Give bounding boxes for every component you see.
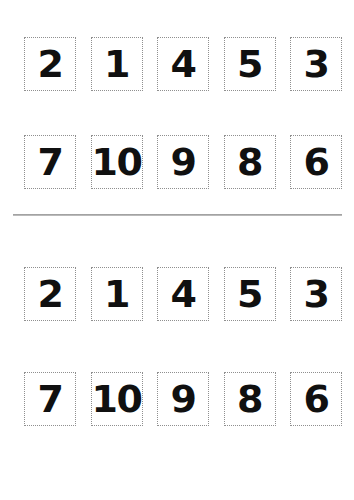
number-card: 3	[290, 267, 342, 321]
number-card: 4	[157, 267, 209, 321]
card-number: 4	[171, 45, 196, 83]
card-number: 2	[38, 45, 63, 83]
number-card: 9	[157, 372, 209, 426]
number-card: 3	[290, 37, 342, 91]
card-number: 8	[237, 143, 262, 181]
card-number: 7	[38, 143, 63, 181]
number-card: 10	[91, 135, 143, 189]
number-card: 10	[91, 372, 143, 426]
card-set-2: 2 1 4 5 3 7 10 9 8 6	[0, 267, 354, 426]
number-card: 8	[224, 135, 276, 189]
card-number: 3	[304, 275, 329, 313]
number-card: 6	[290, 135, 342, 189]
card-number: 9	[171, 143, 196, 181]
card-number: 6	[304, 380, 329, 418]
card-number: 10	[92, 380, 142, 418]
card-number: 7	[38, 380, 63, 418]
card-number: 2	[38, 275, 63, 313]
card-number: 9	[171, 380, 196, 418]
section-divider	[13, 214, 342, 216]
number-card: 7	[24, 135, 76, 189]
number-card: 4	[157, 37, 209, 91]
worksheet-page: 2 1 4 5 3 7 10 9 8 6 2 1 4 5 3 7 10 9 8 …	[0, 37, 354, 500]
number-card: 6	[290, 372, 342, 426]
number-card: 1	[91, 267, 143, 321]
number-card: 2	[24, 37, 76, 91]
card-number: 1	[104, 275, 129, 313]
card-number: 8	[237, 380, 262, 418]
card-number: 5	[237, 45, 262, 83]
card-row-1: 2 1 4 5 3	[24, 37, 342, 91]
card-row-4: 7 10 9 8 6	[24, 372, 342, 426]
number-card: 5	[224, 267, 276, 321]
card-row-3: 2 1 4 5 3	[24, 267, 342, 321]
number-card: 5	[224, 37, 276, 91]
number-card: 7	[24, 372, 76, 426]
card-number: 4	[171, 275, 196, 313]
card-number: 10	[92, 143, 142, 181]
card-number: 6	[304, 143, 329, 181]
card-set-1: 2 1 4 5 3 7 10 9 8 6	[0, 37, 354, 189]
card-number: 3	[304, 45, 329, 83]
number-card: 8	[224, 372, 276, 426]
card-row-2: 7 10 9 8 6	[24, 135, 342, 189]
card-number: 1	[104, 45, 129, 83]
number-card: 9	[157, 135, 209, 189]
number-card: 1	[91, 37, 143, 91]
card-number: 5	[237, 275, 262, 313]
number-card: 2	[24, 267, 76, 321]
